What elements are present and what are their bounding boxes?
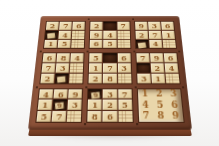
block-bottom-right: 123456789 bbox=[136, 88, 184, 123]
tile-2[interactable]: 2 bbox=[46, 22, 59, 30]
engraved-reference-number-8: 8 bbox=[153, 111, 169, 122]
empty-cell[interactable] bbox=[117, 31, 130, 39]
sudoku-board: 2764152794659362714684732561732879624314… bbox=[28, 16, 192, 130]
pin-hole-dot bbox=[136, 123, 138, 125]
tile-6[interactable]: 6 bbox=[103, 111, 117, 122]
tile-5[interactable]: 5 bbox=[118, 100, 132, 110]
tile-6[interactable]: 6 bbox=[117, 54, 130, 63]
engraved-reference-number-1: 1 bbox=[138, 89, 153, 100]
product-photo-scene: 2764152794659362714684732561732879624314… bbox=[0, 0, 219, 146]
tile-1[interactable]: 1 bbox=[151, 74, 165, 83]
tile-1[interactable]: 1 bbox=[88, 100, 102, 110]
tile-7[interactable]: 7 bbox=[103, 63, 116, 72]
tile-9[interactable]: 9 bbox=[150, 54, 164, 63]
pin-hole-dot bbox=[133, 51, 135, 53]
tile-2[interactable]: 2 bbox=[135, 31, 148, 39]
sunken-tile[interactable] bbox=[58, 76, 67, 83]
tile-2[interactable]: 2 bbox=[89, 74, 103, 83]
tile-5[interactable]: 5 bbox=[58, 40, 71, 49]
tile-5[interactable]: 5 bbox=[36, 111, 51, 122]
tile-1[interactable]: 1 bbox=[89, 63, 102, 72]
pin-hole-dot bbox=[178, 51, 180, 53]
finger-hole[interactable] bbox=[104, 22, 116, 30]
tile-4[interactable]: 4 bbox=[39, 89, 54, 99]
empty-cell[interactable] bbox=[118, 111, 132, 122]
engraved-reference-number-9: 9 bbox=[168, 111, 184, 122]
empty-cell[interactable] bbox=[72, 31, 85, 39]
tile-5[interactable]: 5 bbox=[90, 54, 103, 63]
tile-4[interactable]: 4 bbox=[149, 40, 162, 49]
tile-5[interactable]: 5 bbox=[104, 40, 117, 49]
finger-hole[interactable] bbox=[103, 54, 116, 63]
hole-with-sunken-tile-9[interactable]: 9 bbox=[53, 100, 68, 110]
tile-7[interactable]: 7 bbox=[59, 22, 72, 30]
hole-with-sunken-tile-9[interactable]: 9 bbox=[88, 89, 102, 99]
tile-4[interactable]: 4 bbox=[164, 63, 178, 72]
sunken-tile[interactable]: 9 bbox=[55, 102, 64, 109]
block-middle-right: 7962431 bbox=[135, 53, 181, 84]
pin-hole-dot bbox=[132, 18, 134, 20]
hole-with-sunken-tile[interactable] bbox=[55, 74, 69, 83]
engraved-reference-number-6: 6 bbox=[167, 100, 183, 111]
tile-9[interactable]: 9 bbox=[68, 89, 82, 99]
tile-4[interactable]: 4 bbox=[58, 31, 71, 39]
empty-cell[interactable] bbox=[71, 40, 84, 49]
sunken-tile[interactable] bbox=[48, 33, 56, 39]
tile-1[interactable]: 1 bbox=[38, 100, 53, 110]
tile-7[interactable]: 7 bbox=[117, 22, 129, 30]
block-bottom-middle: 93712586 bbox=[87, 88, 134, 123]
hole-with-sunken-tile[interactable] bbox=[136, 40, 149, 49]
finger-hole[interactable] bbox=[136, 63, 150, 72]
pin-hole-dot bbox=[36, 86, 38, 88]
block-middle-left: 684732 bbox=[39, 53, 85, 84]
tile-8[interactable]: 8 bbox=[103, 74, 116, 83]
empty-cell[interactable] bbox=[67, 111, 82, 122]
empty-cell[interactable] bbox=[117, 40, 130, 49]
tile-4[interactable]: 4 bbox=[104, 31, 117, 39]
tile-3[interactable]: 3 bbox=[148, 22, 161, 30]
tile-6[interactable]: 6 bbox=[164, 54, 178, 63]
tile-3[interactable]: 3 bbox=[137, 74, 151, 83]
tile-8[interactable]: 8 bbox=[57, 54, 71, 63]
empty-cell[interactable] bbox=[70, 63, 84, 72]
empty-cell[interactable] bbox=[118, 74, 132, 83]
tile-6[interactable]: 6 bbox=[90, 40, 103, 49]
sunken-tile[interactable] bbox=[138, 42, 147, 48]
tile-3[interactable]: 3 bbox=[68, 100, 82, 110]
tile-1[interactable]: 1 bbox=[44, 40, 57, 49]
block-top-middle: 279465 bbox=[89, 21, 131, 49]
tile-6[interactable]: 6 bbox=[73, 22, 86, 30]
tile-7[interactable]: 7 bbox=[42, 63, 56, 72]
engraved-reference-number-3: 3 bbox=[166, 89, 181, 100]
tile-3[interactable]: 3 bbox=[56, 63, 70, 72]
pin-hole-dot bbox=[84, 123, 86, 125]
sunken-tile[interactable]: 9 bbox=[91, 91, 100, 98]
tile-7[interactable]: 7 bbox=[52, 111, 67, 122]
tile-2[interactable]: 2 bbox=[103, 100, 117, 110]
tile-6[interactable]: 6 bbox=[43, 54, 57, 63]
empty-cell[interactable] bbox=[69, 74, 83, 83]
tile-4[interactable]: 4 bbox=[71, 54, 84, 63]
engraved-reference-number-2: 2 bbox=[152, 89, 167, 100]
tile-2[interactable]: 2 bbox=[91, 22, 103, 30]
tile-2[interactable]: 2 bbox=[40, 74, 54, 83]
tile-9[interactable]: 9 bbox=[135, 22, 148, 30]
board-blocks: 2764152794659362714684732561732879624314… bbox=[35, 21, 185, 123]
block-bottom-left: 46919357 bbox=[35, 88, 83, 123]
hole-with-sunken-tile[interactable] bbox=[45, 31, 58, 39]
tile-7[interactable]: 7 bbox=[148, 31, 161, 39]
pin-hole-dot bbox=[88, 18, 90, 20]
engraved-reference-number-7: 7 bbox=[138, 111, 153, 122]
empty-cell[interactable] bbox=[163, 40, 176, 49]
tile-7[interactable]: 7 bbox=[136, 54, 149, 63]
pin-hole-dot bbox=[135, 86, 137, 88]
tile-6[interactable]: 6 bbox=[54, 89, 68, 99]
pin-hole-dot bbox=[182, 86, 184, 88]
tile-9[interactable]: 9 bbox=[90, 31, 103, 39]
tile-2[interactable]: 2 bbox=[150, 63, 164, 72]
tile-1[interactable]: 1 bbox=[162, 31, 175, 39]
engraved-reference-number-4: 4 bbox=[138, 100, 153, 111]
pin-hole-dot bbox=[40, 51, 42, 53]
block-top-left: 276415 bbox=[43, 21, 86, 49]
tile-3[interactable]: 3 bbox=[117, 63, 130, 72]
tile-8[interactable]: 8 bbox=[88, 111, 102, 122]
engraved-reference-number-5: 5 bbox=[152, 100, 167, 111]
tile-7[interactable]: 7 bbox=[118, 89, 132, 99]
empty-cell[interactable] bbox=[165, 74, 179, 83]
block-center: 5617328 bbox=[88, 53, 132, 84]
tile-6[interactable]: 6 bbox=[161, 22, 174, 30]
block-top-right: 9362714 bbox=[134, 21, 177, 49]
tile-3[interactable]: 3 bbox=[103, 89, 117, 99]
pin-hole-dot bbox=[87, 51, 89, 53]
